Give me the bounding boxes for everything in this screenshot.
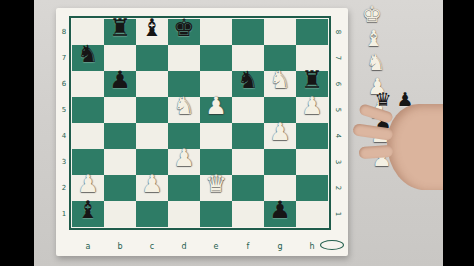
square-d5[interactable]: ♞ [168,97,200,123]
white-pawn[interactable]: ♟ [296,93,328,119]
rank-label: 6 [325,76,351,92]
square-e7[interactable] [200,45,232,71]
square-g7[interactable] [264,45,296,71]
rank-label: 8 [57,19,71,45]
white-queen[interactable]: ♛ [200,171,232,197]
rank-label: 7 [57,45,71,71]
video-frame: 12345678 ♜♝♚♞♟♞♞♜♞♟♟♟♟♟♟♛♝♟ 12345678 abc… [0,0,474,266]
square-h8[interactable] [296,19,328,45]
white-pawn[interactable]: ♟ [72,171,104,197]
file-label: g [264,238,296,254]
square-f1[interactable] [232,201,264,227]
square-a7[interactable]: ♞ [72,45,104,71]
rank-label: 2 [57,175,71,201]
square-b8[interactable]: ♜ [104,19,136,45]
square-f8[interactable] [232,19,264,45]
square-f7[interactable] [232,45,264,71]
black-pawn[interactable]: ♟ [104,67,136,93]
rank-label: 5 [57,97,71,123]
square-e3[interactable] [200,149,232,175]
square-f3[interactable] [232,149,264,175]
square-c2[interactable]: ♟ [136,175,168,201]
square-h5[interactable]: ♟ [296,97,328,123]
rank-label: 3 [325,154,351,170]
square-c8[interactable]: ♝ [136,19,168,45]
black-bishop[interactable]: ♝ [136,15,168,41]
square-f4[interactable] [232,123,264,149]
square-g5[interactable] [264,97,296,123]
square-g3[interactable] [264,149,296,175]
square-a5[interactable] [72,97,104,123]
file-label: c [136,238,168,254]
square-h6[interactable]: ♜ [296,71,328,97]
square-g1[interactable]: ♟ [264,201,296,227]
white-knight[interactable]: ♞ [264,67,296,93]
square-d8[interactable]: ♚ [168,19,200,45]
square-b1[interactable] [104,201,136,227]
square-c5[interactable] [136,97,168,123]
file-label: f [232,238,264,254]
square-b6[interactable]: ♟ [104,71,136,97]
rank-label: 2 [325,180,351,196]
brand-logo [320,240,344,250]
square-c6[interactable] [136,71,168,97]
letterbox-bar-right [443,0,474,266]
square-d1[interactable] [168,201,200,227]
black-rook[interactable]: ♜ [104,15,136,41]
rank-label: 4 [325,128,351,144]
file-label: b [104,238,136,254]
file-labels-bottom: abcdefgh [72,238,328,254]
black-bishop[interactable]: ♝ [72,197,104,223]
rank-label: 5 [325,102,351,118]
captured-white-knight[interactable]: ♞ [360,50,392,74]
white-pawn[interactable]: ♟ [264,119,296,145]
square-e4[interactable] [200,123,232,149]
square-g2[interactable] [264,175,296,201]
square-h2[interactable] [296,175,328,201]
black-rook[interactable]: ♜ [296,67,328,93]
white-pawn[interactable]: ♟ [200,93,232,119]
rank-label: 8 [325,24,351,40]
black-pawn[interactable]: ♟ [264,197,296,223]
black-knight[interactable]: ♞ [72,41,104,67]
square-e8[interactable] [200,19,232,45]
board-grid[interactable]: ♜♝♚♞♟♞♞♜♞♟♟♟♟♟♟♛♝♟ [72,19,328,227]
square-e5[interactable]: ♟ [200,97,232,123]
square-c4[interactable] [136,123,168,149]
rank-labels-right: 12345678 [330,19,346,227]
square-b7[interactable] [104,45,136,71]
square-g8[interactable] [264,19,296,45]
letterbox-bar-left [0,0,34,266]
square-a8[interactable] [72,19,104,45]
rank-label: 4 [57,123,71,149]
black-knight[interactable]: ♞ [232,67,264,93]
square-c1[interactable] [136,201,168,227]
rank-labels-left: 12345678 [57,19,71,227]
square-f5[interactable] [232,97,264,123]
file-label: a [72,238,104,254]
square-c7[interactable] [136,45,168,71]
square-c3[interactable] [136,149,168,175]
captured-white-bishop[interactable]: ♝ [356,26,392,50]
white-pawn[interactable]: ♟ [136,171,168,197]
square-e2[interactable]: ♛ [200,175,232,201]
captured-white-king[interactable]: ♚ [352,2,392,26]
square-a4[interactable] [72,123,104,149]
square-b3[interactable] [104,149,136,175]
square-h7[interactable] [296,45,328,71]
white-knight[interactable]: ♞ [168,93,200,119]
chess-board[interactable]: 12345678 ♜♝♚♞♟♞♞♜♞♟♟♟♟♟♟♛♝♟ 12345678 abc… [56,8,348,256]
square-e1[interactable] [200,201,232,227]
square-f6[interactable]: ♞ [232,71,264,97]
square-d7[interactable] [168,45,200,71]
square-a3[interactable] [72,149,104,175]
table-surface: 12345678 ♜♝♚♞♟♞♞♜♞♟♟♟♟♟♟♛♝♟ 12345678 abc… [34,0,443,266]
square-d2[interactable] [168,175,200,201]
square-a6[interactable] [72,71,104,97]
rank-label: 6 [57,71,71,97]
square-a2[interactable]: ♟ [72,175,104,201]
square-d3[interactable]: ♟ [168,149,200,175]
black-king[interactable]: ♚ [168,15,200,41]
square-h4[interactable] [296,123,328,149]
rank-label: 7 [325,50,351,66]
rank-label: 1 [325,206,351,222]
file-label: e [200,238,232,254]
square-b2[interactable] [104,175,136,201]
square-b4[interactable] [104,123,136,149]
square-g6[interactable]: ♞ [264,71,296,97]
white-pawn[interactable]: ♟ [168,145,200,171]
square-d6[interactable] [168,71,200,97]
square-a1[interactable]: ♝ [72,201,104,227]
file-label: d [168,238,200,254]
square-g4[interactable]: ♟ [264,123,296,149]
square-h3[interactable] [296,149,328,175]
hand-finger [359,145,394,159]
square-d4[interactable] [168,123,200,149]
square-f2[interactable] [232,175,264,201]
square-h1[interactable] [296,201,328,227]
rank-label: 1 [57,201,71,227]
square-e6[interactable] [200,71,232,97]
rank-label: 3 [57,149,71,175]
square-b5[interactable] [104,97,136,123]
